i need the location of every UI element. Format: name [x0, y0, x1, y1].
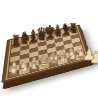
black-piece-glyph: ♟ — [55, 30, 63, 38]
off-board-white-pawn-2: ♟ — [89, 50, 98, 66]
black-piece-glyph: ♟ — [12, 39, 20, 48]
chess-board: ♜♞♝♛♚♝♞♜♟♟♟♟♟♟♟♟♟♟♟♟♟♟♟♟♜♞♝♛♚♝♞♜ — [1, 24, 91, 83]
white-rook-a1: ♜ — [8, 70, 19, 78]
white-knight-b1: ♞ — [19, 67, 29, 75]
black-piece-glyph: ♟ — [46, 32, 54, 41]
black-pawn-d7: ♟ — [38, 37, 47, 43]
black-piece-glyph: ♟ — [70, 27, 77, 35]
white-piece-glyph: ♜ — [8, 64, 19, 76]
white-piece-glyph: ♞ — [18, 61, 30, 74]
black-pawn-c7: ♟ — [29, 39, 38, 45]
chess-set-photo: ♜♞♝♛♚♝♞♜♟♟♟♟♟♟♟♟♟♟♟♟♟♟♟♟♜♞♝♛♚♝♞♜ ♟ ♟ — [0, 0, 98, 98]
black-piece-glyph: ♟ — [30, 35, 38, 44]
black-piece-glyph: ♟ — [38, 33, 46, 42]
black-pawn-g7: ♟ — [62, 32, 71, 37]
black-pawn-e7: ♟ — [46, 36, 55, 41]
black-piece-glyph: ♟ — [63, 28, 71, 36]
black-piece-glyph: ♟ — [21, 37, 29, 46]
black-pawn-f7: ♟ — [54, 34, 63, 39]
black-pawn-b7: ♟ — [20, 41, 29, 47]
